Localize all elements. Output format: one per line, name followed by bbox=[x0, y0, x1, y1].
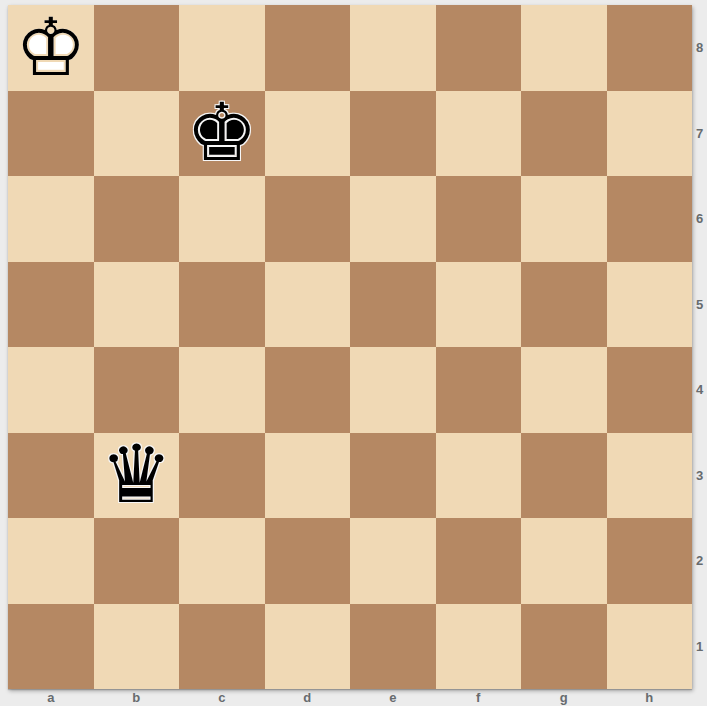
square-e5[interactable] bbox=[350, 262, 436, 348]
square-h3[interactable] bbox=[607, 433, 693, 519]
chess-board: ♚♔♚♛ bbox=[8, 5, 692, 689]
square-f8[interactable] bbox=[436, 5, 522, 91]
white-king-glyph: ♔ bbox=[15, 8, 87, 88]
square-b1[interactable] bbox=[94, 604, 180, 690]
square-g2[interactable] bbox=[521, 518, 607, 604]
file-label-f: f bbox=[436, 688, 522, 706]
square-g5[interactable] bbox=[521, 262, 607, 348]
square-f6[interactable] bbox=[436, 176, 522, 262]
file-label-h: h bbox=[607, 688, 693, 706]
square-g3[interactable] bbox=[521, 433, 607, 519]
square-c2[interactable] bbox=[179, 518, 265, 604]
file-labels: abcdefgh bbox=[8, 688, 692, 706]
square-a6[interactable] bbox=[8, 176, 94, 262]
square-h8[interactable] bbox=[607, 5, 693, 91]
square-d8[interactable] bbox=[265, 5, 351, 91]
rank-label-3: 3 bbox=[692, 433, 707, 519]
square-d4[interactable] bbox=[265, 347, 351, 433]
square-c8[interactable] bbox=[179, 5, 265, 91]
square-a3[interactable] bbox=[8, 433, 94, 519]
file-label-b: b bbox=[94, 688, 180, 706]
square-b6[interactable] bbox=[94, 176, 180, 262]
rank-labels: 87654321 bbox=[692, 5, 707, 689]
square-e1[interactable] bbox=[350, 604, 436, 690]
square-d5[interactable] bbox=[265, 262, 351, 348]
square-b5[interactable] bbox=[94, 262, 180, 348]
square-c6[interactable] bbox=[179, 176, 265, 262]
rank-label-7: 7 bbox=[692, 91, 707, 177]
square-a7[interactable] bbox=[8, 91, 94, 177]
square-f2[interactable] bbox=[436, 518, 522, 604]
black-king-glyph: ♚ bbox=[186, 93, 258, 173]
square-h1[interactable] bbox=[607, 604, 693, 690]
piece-black-king[interactable]: ♚ bbox=[179, 91, 265, 177]
rank-label-2: 2 bbox=[692, 518, 707, 604]
square-h4[interactable] bbox=[607, 347, 693, 433]
file-label-e: e bbox=[350, 688, 436, 706]
square-a5[interactable] bbox=[8, 262, 94, 348]
file-label-c: c bbox=[179, 688, 265, 706]
rank-label-1: 1 bbox=[692, 604, 707, 690]
square-g4[interactable] bbox=[521, 347, 607, 433]
square-d6[interactable] bbox=[265, 176, 351, 262]
piece-white-king[interactable]: ♚♔ bbox=[8, 5, 94, 91]
square-g8[interactable] bbox=[521, 5, 607, 91]
square-h7[interactable] bbox=[607, 91, 693, 177]
square-g7[interactable] bbox=[521, 91, 607, 177]
square-d1[interactable] bbox=[265, 604, 351, 690]
square-g1[interactable] bbox=[521, 604, 607, 690]
square-e7[interactable] bbox=[350, 91, 436, 177]
square-h2[interactable] bbox=[607, 518, 693, 604]
square-e3[interactable] bbox=[350, 433, 436, 519]
square-b3[interactable]: ♛ bbox=[94, 433, 180, 519]
file-label-d: d bbox=[265, 688, 351, 706]
square-d2[interactable] bbox=[265, 518, 351, 604]
square-a8[interactable]: ♚♔ bbox=[8, 5, 94, 91]
square-c1[interactable] bbox=[179, 604, 265, 690]
file-label-g: g bbox=[521, 688, 607, 706]
black-queen-glyph: ♛ bbox=[100, 435, 172, 515]
square-b2[interactable] bbox=[94, 518, 180, 604]
square-e6[interactable] bbox=[350, 176, 436, 262]
square-c5[interactable] bbox=[179, 262, 265, 348]
square-f3[interactable] bbox=[436, 433, 522, 519]
square-a2[interactable] bbox=[8, 518, 94, 604]
rank-label-6: 6 bbox=[692, 176, 707, 262]
square-c3[interactable] bbox=[179, 433, 265, 519]
square-d3[interactable] bbox=[265, 433, 351, 519]
piece-black-queen[interactable]: ♛ bbox=[94, 433, 180, 519]
square-e8[interactable] bbox=[350, 5, 436, 91]
rank-label-5: 5 bbox=[692, 262, 707, 348]
square-h6[interactable] bbox=[607, 176, 693, 262]
square-b4[interactable] bbox=[94, 347, 180, 433]
rank-label-8: 8 bbox=[692, 5, 707, 91]
square-b7[interactable] bbox=[94, 91, 180, 177]
square-a4[interactable] bbox=[8, 347, 94, 433]
square-f4[interactable] bbox=[436, 347, 522, 433]
square-e2[interactable] bbox=[350, 518, 436, 604]
square-g6[interactable] bbox=[521, 176, 607, 262]
square-h5[interactable] bbox=[607, 262, 693, 348]
rank-label-4: 4 bbox=[692, 347, 707, 433]
square-a1[interactable] bbox=[8, 604, 94, 690]
square-f5[interactable] bbox=[436, 262, 522, 348]
square-b8[interactable] bbox=[94, 5, 180, 91]
square-c7[interactable]: ♚ bbox=[179, 91, 265, 177]
square-e4[interactable] bbox=[350, 347, 436, 433]
square-c4[interactable] bbox=[179, 347, 265, 433]
square-f7[interactable] bbox=[436, 91, 522, 177]
square-f1[interactable] bbox=[436, 604, 522, 690]
file-label-a: a bbox=[8, 688, 94, 706]
square-d7[interactable] bbox=[265, 91, 351, 177]
